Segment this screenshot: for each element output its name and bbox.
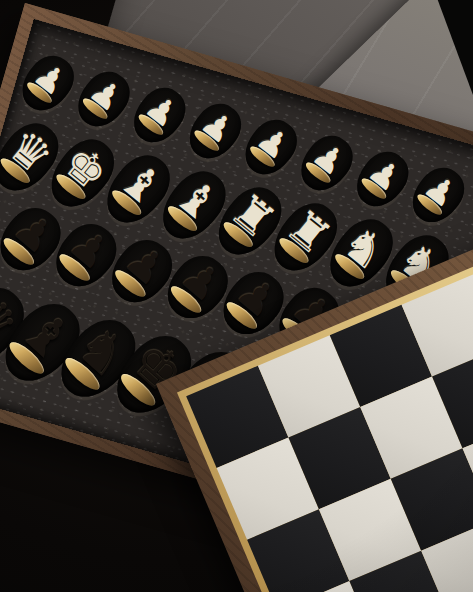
scene: ♟♟♟♟♟♟♟♟♛♚♝♝♜♜♞♞♟♟♟♟♟♟♛♝♞♚ xyxy=(0,0,473,592)
